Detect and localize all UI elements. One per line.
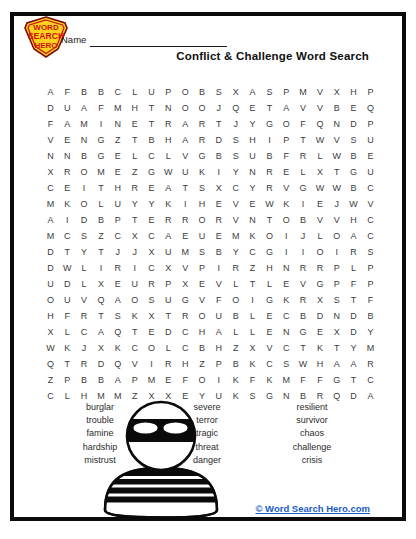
grid-cell: F [295, 116, 312, 132]
grid-cell: O [76, 196, 93, 212]
grid-cell: X [143, 244, 160, 260]
grid-cell: E [210, 228, 227, 244]
grid-cell: O [194, 212, 211, 228]
grid-cell: I [126, 260, 143, 276]
grid-cell: R [160, 116, 177, 132]
grid-cell: S [328, 292, 345, 308]
grid-cell: J [295, 228, 312, 244]
grid-cell: B [328, 100, 345, 116]
grid-cell: G [345, 164, 362, 180]
grid-cell: C [278, 308, 295, 324]
grid-cell: G [295, 324, 312, 340]
grid-cell: R [59, 164, 76, 180]
grid-cell: S [194, 180, 211, 196]
grid-cell: T [126, 324, 143, 340]
grid-cell: M [42, 196, 59, 212]
grid-cell: T [345, 292, 362, 308]
grid-cell: W [312, 132, 329, 148]
grid-cell: S [143, 292, 160, 308]
grid-cell: B [345, 180, 362, 196]
grid-cell: L [345, 260, 362, 276]
grid-cell: E [177, 228, 194, 244]
grid-cell: X [328, 84, 345, 100]
grid-cell: E [59, 180, 76, 196]
grid-cell: C [261, 356, 278, 372]
grid-cell: R [227, 260, 244, 276]
grid-cell: I [93, 116, 110, 132]
grid-cell: R [295, 148, 312, 164]
grid-cell: Q [109, 324, 126, 340]
grid-cell: Z [42, 372, 59, 388]
grid-cell: C [362, 372, 379, 388]
grid-cell: S [109, 308, 126, 324]
grid-cell: B [93, 84, 110, 100]
grid-cell: B [143, 132, 160, 148]
grid-cell: L [160, 340, 177, 356]
grid-cell: Z [93, 228, 110, 244]
grid-cell: K [227, 372, 244, 388]
grid-cell: V [210, 276, 227, 292]
grid-cell: I [210, 372, 227, 388]
grid-cell: Y [227, 164, 244, 180]
grid-cell: J [227, 116, 244, 132]
grid-cell: U [177, 164, 194, 180]
grid-cell: B [295, 212, 312, 228]
grid-cell: G [143, 164, 160, 180]
grid-cell: L [126, 84, 143, 100]
grid-cell: V [295, 100, 312, 116]
grid-cell: B [93, 372, 110, 388]
grid-cell: E [160, 372, 177, 388]
grid-cell: F [210, 292, 227, 308]
grid-cell: C [278, 340, 295, 356]
grid-cell: I [76, 180, 93, 196]
grid-cell: C [362, 228, 379, 244]
grid-cell: H [109, 180, 126, 196]
grid-cell: N [42, 148, 59, 164]
grid-cell: U [362, 132, 379, 148]
grid-cell: K [278, 196, 295, 212]
grid-cell: L [126, 148, 143, 164]
grid-cell: H [42, 308, 59, 324]
grid-cell: L [312, 228, 329, 244]
grid-cell: T [126, 132, 143, 148]
grid-cell: V [312, 100, 329, 116]
grid-cell: X [328, 324, 345, 340]
grid-cell: X [312, 292, 329, 308]
grid-cell: S [278, 356, 295, 372]
grid-cell: H [194, 196, 211, 212]
grid-cell: K [59, 196, 76, 212]
grid-cell: E [244, 196, 261, 212]
grid-cell: A [177, 132, 194, 148]
grid-cell: B [194, 84, 211, 100]
grid-cell: H [177, 356, 194, 372]
grid-cell: J [210, 100, 227, 116]
grid-cell: O [227, 292, 244, 308]
grid-cell: Q [93, 292, 110, 308]
grid-cell: T [143, 100, 160, 116]
grid-cell: V [42, 132, 59, 148]
grid-cell: U [160, 244, 177, 260]
grid-cell: P [362, 84, 379, 100]
grid-cell: E [244, 100, 261, 116]
grid-cell: A [160, 228, 177, 244]
grid-cell: I [177, 196, 194, 212]
grid-cell: R [109, 260, 126, 276]
grid-cell: U [42, 276, 59, 292]
grid-cell: C [143, 228, 160, 244]
grid-cell: A [109, 372, 126, 388]
grid-cell: T [126, 212, 143, 228]
grid-cell: M [93, 164, 110, 180]
logo-text-hero: HERO [34, 41, 57, 50]
grid-cell: B [93, 212, 110, 228]
grid-cell: E [312, 196, 329, 212]
grid-cell: T [177, 180, 194, 196]
grid-cell: I [143, 356, 160, 372]
grid-cell: A [210, 324, 227, 340]
worksheet-page: WORD SEARCH HERO Name Conflict & Challen… [0, 0, 416, 539]
grid-cell: E [345, 100, 362, 116]
grid-cell: N [160, 100, 177, 116]
grid-cell: H [160, 132, 177, 148]
grid-cell: Y [345, 340, 362, 356]
grid-cell: V [312, 84, 329, 100]
grid-cell: C [59, 228, 76, 244]
grid-cell: L [227, 324, 244, 340]
grid-cell: R [126, 180, 143, 196]
grid-cell: K [278, 292, 295, 308]
grid-cell: X [210, 180, 227, 196]
grid-cell: A [328, 356, 345, 372]
grid-cell: G [328, 372, 345, 388]
grid-cell: H [345, 84, 362, 100]
grid-cell: V [312, 212, 329, 228]
grid-cell: A [345, 228, 362, 244]
grid-cell: G [194, 148, 211, 164]
grid-cell: F [295, 372, 312, 388]
grid-cell: T [160, 308, 177, 324]
grid-cell: L [93, 196, 110, 212]
grid-cell: R [345, 244, 362, 260]
grid-cell: D [160, 324, 177, 340]
grid-cell: F [59, 308, 76, 324]
grid-cell: Z [194, 356, 211, 372]
grid-cell: G [312, 276, 329, 292]
grid-cell: V [278, 180, 295, 196]
grid-cell: T [93, 180, 110, 196]
grid-cell: P [362, 260, 379, 276]
grid-cell: L [76, 260, 93, 276]
grid-cell: Q [227, 100, 244, 116]
grid-cell: C [76, 324, 93, 340]
grid-cell: U [210, 308, 227, 324]
grid-cell: T [93, 244, 110, 260]
grid-cell: O [143, 340, 160, 356]
grid-cell: J [328, 196, 345, 212]
word-list-item: chaos [269, 427, 355, 440]
grid-cell: D [59, 276, 76, 292]
grid-cell: E [109, 276, 126, 292]
grid-cell: N [244, 212, 261, 228]
grid-cell: T [59, 244, 76, 260]
grid-cell: U [194, 228, 211, 244]
grid-cell: T [143, 116, 160, 132]
name-label: Name [61, 34, 86, 45]
grid-cell: L [312, 148, 329, 164]
grid-cell: R [160, 212, 177, 228]
grid-cell: W [328, 148, 345, 164]
grid-cell: C [143, 148, 160, 164]
burglar-mask [125, 419, 197, 442]
grid-cell: X [126, 228, 143, 244]
grid-cell: E [278, 164, 295, 180]
grid-cell: D [312, 308, 329, 324]
grid-cell: T [261, 212, 278, 228]
grid-cell: I [278, 228, 295, 244]
grid-cell: C [177, 324, 194, 340]
grid-cell: L [227, 276, 244, 292]
grid-cell: V [126, 356, 143, 372]
word-list-item: resilient [269, 401, 355, 414]
grid-cell: G [261, 292, 278, 308]
grid-cell: D [42, 244, 59, 260]
grid-cell: Y [244, 180, 261, 196]
burglar-right-eye [164, 422, 188, 433]
grid-cell: U [59, 100, 76, 116]
grid-cell: B [210, 148, 227, 164]
grid-cell: R [194, 132, 211, 148]
grid-cell: R [261, 180, 278, 196]
burglar-left-eye [134, 422, 158, 433]
grid-cell: B [295, 308, 312, 324]
grid-cell: K [59, 340, 76, 356]
grid-cell: X [244, 340, 261, 356]
grid-cell: T [345, 372, 362, 388]
grid-cell: O [177, 84, 194, 100]
grid-cell: T [295, 340, 312, 356]
grid-cell: E [143, 180, 160, 196]
grid-cell: K [244, 356, 261, 372]
grid-cell: F [278, 148, 295, 164]
grid-cell: Z [109, 132, 126, 148]
grid-cell: Q [312, 116, 329, 132]
grid-cell: W [261, 196, 278, 212]
grid-cell: E [210, 196, 227, 212]
grid-cell: P [194, 260, 211, 276]
letter-grid: AFBBCLUPOBSXASPMVXHPDUAFMHTNOOJQETAVVBEQ… [42, 84, 379, 404]
grid-cell: Y [143, 196, 160, 212]
grid-cell: K [109, 340, 126, 356]
grid-cell: F [59, 84, 76, 100]
grid-cell: M [109, 100, 126, 116]
grid-cell: E [126, 116, 143, 132]
grid-cell: A [278, 100, 295, 116]
word-search-hero-credit-link[interactable]: © Word Search Hero.com [238, 503, 370, 514]
grid-cell: R [177, 212, 194, 228]
grid-cell: T [328, 164, 345, 180]
grid-cell: G [93, 132, 110, 148]
grid-cell: B [210, 244, 227, 260]
grid-cell: U [126, 276, 143, 292]
grid-cell: B [345, 148, 362, 164]
grid-cell: T [261, 100, 278, 116]
grid-cell: I [59, 212, 76, 228]
word-list-column-3: resilientsurvivorchaoschallengecrisis [269, 401, 355, 467]
grid-cell: E [59, 132, 76, 148]
grid-cell: Y [244, 116, 261, 132]
grid-cell: U [143, 84, 160, 100]
puzzle-title: Conflict & Challenge Word Search [140, 50, 369, 62]
grid-cell: F [42, 116, 59, 132]
grid-cell: T [328, 340, 345, 356]
grid-cell: P [362, 116, 379, 132]
grid-cell: X [160, 260, 177, 276]
grid-cell: N [328, 116, 345, 132]
name-blank-line[interactable] [90, 33, 227, 47]
grid-cell: I [93, 260, 110, 276]
grid-cell: M [278, 372, 295, 388]
grid-cell: X [93, 340, 110, 356]
grid-cell: O [42, 292, 59, 308]
grid-cell: W [295, 356, 312, 372]
grid-cell: H [126, 100, 143, 116]
grid-cell: F [93, 100, 110, 116]
grid-cell: F [345, 276, 362, 292]
grid-cell: C [109, 84, 126, 100]
grid-cell: R [143, 276, 160, 292]
grid-cell: B [76, 148, 93, 164]
grid-cell: N [328, 308, 345, 324]
word-list-item: survivor [269, 414, 355, 427]
grid-cell: V [227, 212, 244, 228]
grid-cell: Y [126, 196, 143, 212]
grid-cell: S [194, 244, 211, 260]
grid-cell: U [362, 164, 379, 180]
grid-cell: C [227, 180, 244, 196]
grid-cell: A [109, 292, 126, 308]
grid-cell: D [345, 116, 362, 132]
grid-cell: A [345, 356, 362, 372]
grid-cell: B [227, 356, 244, 372]
grid-cell: L [244, 324, 261, 340]
grid-cell: A [93, 324, 110, 340]
grid-cell: O [312, 244, 329, 260]
grid-cell: R [210, 212, 227, 228]
grid-cell: I [261, 132, 278, 148]
grid-cell: S [362, 244, 379, 260]
burglar-illustration [100, 398, 222, 520]
grid-cell: F [177, 372, 194, 388]
grid-cell: X [227, 84, 244, 100]
grid-cell: R [160, 356, 177, 372]
grid-cell: Z [244, 260, 261, 276]
grid-cell: E [261, 324, 278, 340]
grid-cell: P [210, 356, 227, 372]
grid-cell: A [42, 84, 59, 100]
grid-cell: A [362, 388, 379, 404]
grid-cell: K [126, 308, 143, 324]
grid-cell: B [194, 340, 211, 356]
grid-cell: K [194, 164, 211, 180]
grid-cell: Y [76, 244, 93, 260]
grid-cell: L [76, 276, 93, 292]
grid-cell: W [345, 196, 362, 212]
grid-cell: M [362, 340, 379, 356]
grid-cell: D [93, 356, 110, 372]
grid-cell: X [42, 164, 59, 180]
grid-cell: A [59, 116, 76, 132]
grid-cell: B [76, 372, 93, 388]
grid-cell: N [109, 116, 126, 132]
grid-cell: S [345, 132, 362, 148]
grid-cell: L [261, 276, 278, 292]
grid-cell: P [59, 372, 76, 388]
grid-cell: K [244, 228, 261, 244]
grid-cell: O [278, 116, 295, 132]
grid-cell: E [109, 148, 126, 164]
grid-cell: K [312, 340, 329, 356]
grid-cell: A [76, 100, 93, 116]
grid-cell: D [345, 308, 362, 324]
grid-cell: B [76, 84, 93, 100]
grid-cell: R [194, 116, 211, 132]
grid-cell: B [362, 308, 379, 324]
grid-cell: G [295, 180, 312, 196]
grid-cell: M [143, 372, 160, 388]
grid-cell: S [227, 132, 244, 148]
grid-cell: L [59, 324, 76, 340]
grid-cell: L [160, 148, 177, 164]
grid-cell: Z [126, 164, 143, 180]
grid-cell: C [109, 228, 126, 244]
grid-cell: T [295, 132, 312, 148]
grid-cell: I [295, 196, 312, 212]
grid-cell: M [227, 228, 244, 244]
grid-cell: M [295, 84, 312, 100]
grid-cell: I [278, 244, 295, 260]
grid-cell: V [362, 196, 379, 212]
grid-cell: H [261, 260, 278, 276]
grid-cell: J [76, 340, 93, 356]
grid-cell: L [295, 164, 312, 180]
grid-cell: A [177, 116, 194, 132]
grid-cell: O [194, 372, 211, 388]
grid-cell: A [42, 212, 59, 228]
grid-cell: P [160, 84, 177, 100]
grid-cell: V [328, 212, 345, 228]
grid-cell: C [244, 244, 261, 260]
grid-cell: P [278, 84, 295, 100]
grid-cell: X [143, 308, 160, 324]
grid-cell: P [278, 132, 295, 148]
grid-cell: N [59, 148, 76, 164]
grid-cell: R [261, 164, 278, 180]
grid-cell: Q [362, 100, 379, 116]
grid-cell: G [177, 292, 194, 308]
grid-cell: N [244, 164, 261, 180]
grid-cell: D [345, 324, 362, 340]
grid-cell: P [328, 260, 345, 276]
grid-cell: D [42, 100, 59, 116]
grid-cell: P [160, 276, 177, 292]
grid-cell: U [244, 148, 261, 164]
grid-cell: U [160, 292, 177, 308]
grid-cell: R [312, 260, 329, 276]
word-list-item: crisis [269, 454, 355, 467]
grid-cell: O [261, 228, 278, 244]
